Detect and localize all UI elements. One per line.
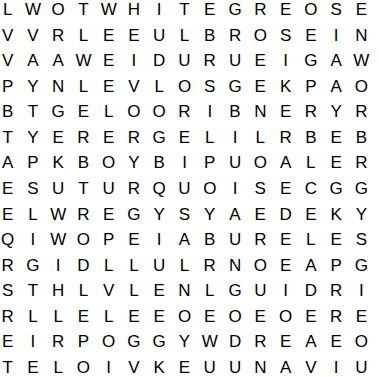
grid-cell-r14c13[interactable]: A bbox=[298, 329, 323, 355]
grid-cell-r8c15[interactable]: G bbox=[349, 176, 374, 202]
grid-cell-r4c15[interactable]: O bbox=[349, 74, 374, 100]
grid-cell-r4c10[interactable]: G bbox=[222, 74, 247, 100]
grid-cell-r2c1[interactable]: V bbox=[0, 23, 20, 49]
grid-cell-r10c14[interactable]: E bbox=[323, 227, 348, 253]
grid-cell-r14c11[interactable]: R bbox=[248, 329, 273, 355]
grid-cell-r4c11[interactable]: E bbox=[248, 74, 273, 100]
grid-cell-r2c5[interactable]: E bbox=[96, 23, 121, 49]
grid-cell-r3c13[interactable]: G bbox=[298, 48, 323, 74]
grid-cell-r3c9[interactable]: R bbox=[197, 48, 222, 74]
grid-cell-r9c12[interactable]: D bbox=[273, 201, 298, 227]
grid-cell-r12c9[interactable]: L bbox=[197, 278, 222, 304]
grid-cell-r3c3[interactable]: A bbox=[46, 48, 71, 74]
grid-cell-r1c11[interactable]: R bbox=[248, 0, 273, 23]
grid-cell-r1c2[interactable]: W bbox=[20, 0, 45, 23]
grid-cell-r10c5[interactable]: P bbox=[96, 227, 121, 253]
grid-cell-r11c2[interactable]: G bbox=[20, 252, 45, 278]
grid-cell-r2c9[interactable]: B bbox=[197, 23, 222, 49]
grid-cell-r5c11[interactable]: N bbox=[248, 99, 273, 125]
grid-cell-r15c2[interactable]: E bbox=[20, 354, 45, 377]
grid-cell-r15c13[interactable]: V bbox=[298, 354, 323, 377]
grid-cell-r15c12[interactable]: A bbox=[273, 354, 298, 377]
grid-cell-r14c3[interactable]: R bbox=[46, 329, 71, 355]
grid-cell-r4c1[interactable]: P bbox=[0, 74, 20, 100]
grid-cell-r5c14[interactable]: Y bbox=[323, 99, 348, 125]
grid-cell-r10c15[interactable]: S bbox=[349, 227, 374, 253]
grid-cell-r5c8[interactable]: R bbox=[172, 99, 197, 125]
grid-cell-r15c7[interactable]: K bbox=[147, 354, 172, 377]
grid-cell-r14c5[interactable]: O bbox=[96, 329, 121, 355]
grid-cell-r14c14[interactable]: E bbox=[323, 329, 348, 355]
grid-cell-r5c6[interactable]: O bbox=[121, 99, 146, 125]
grid-cell-r2c13[interactable]: E bbox=[298, 23, 323, 49]
grid-cell-r6c14[interactable]: E bbox=[323, 125, 348, 151]
grid-cell-r13c10[interactable]: O bbox=[222, 303, 247, 329]
grid-cell-r2c2[interactable]: V bbox=[20, 23, 45, 49]
grid-cell-r15c11[interactable]: N bbox=[248, 354, 273, 377]
grid-cell-r12c13[interactable]: D bbox=[298, 278, 323, 304]
grid-cell-r13c6[interactable]: E bbox=[121, 303, 146, 329]
grid-cell-r9c15[interactable]: Y bbox=[349, 201, 374, 227]
grid-cell-r12c1[interactable]: S bbox=[0, 278, 20, 304]
grid-cell-r6c7[interactable]: G bbox=[147, 125, 172, 151]
grid-cell-r3c14[interactable]: A bbox=[323, 48, 348, 74]
grid-cell-r6c3[interactable]: E bbox=[46, 125, 71, 151]
grid-cell-r8c2[interactable]: S bbox=[20, 176, 45, 202]
grid-cell-r14c1[interactable]: E bbox=[0, 329, 20, 355]
grid-cell-r7c5[interactable]: O bbox=[96, 150, 121, 176]
grid-cell-r6c12[interactable]: R bbox=[273, 125, 298, 151]
grid-cell-r10c3[interactable]: W bbox=[46, 227, 71, 253]
grid-cell-r7c3[interactable]: K bbox=[46, 150, 71, 176]
grid-cell-r10c1[interactable]: Q bbox=[0, 227, 20, 253]
grid-cell-r1c9[interactable]: E bbox=[197, 0, 222, 23]
grid-cell-r10c12[interactable]: E bbox=[273, 227, 298, 253]
grid-cell-r2c15[interactable]: N bbox=[349, 23, 374, 49]
grid-cell-r9c11[interactable]: E bbox=[248, 201, 273, 227]
grid-cell-r14c9[interactable]: W bbox=[197, 329, 222, 355]
grid-cell-r9c6[interactable]: G bbox=[121, 201, 146, 227]
grid-cell-r14c2[interactable]: I bbox=[20, 329, 45, 355]
grid-cell-r10c7[interactable]: I bbox=[147, 227, 172, 253]
grid-cell-r4c8[interactable]: O bbox=[172, 74, 197, 100]
grid-cell-r5c1[interactable]: B bbox=[0, 99, 20, 125]
grid-cell-r8c5[interactable]: U bbox=[96, 176, 121, 202]
grid-cell-r2c14[interactable]: I bbox=[323, 23, 348, 49]
grid-cell-r14c15[interactable]: O bbox=[349, 329, 374, 355]
grid-cell-r11c5[interactable]: L bbox=[96, 252, 121, 278]
grid-cell-r9c2[interactable]: L bbox=[20, 201, 45, 227]
grid-cell-r5c7[interactable]: O bbox=[147, 99, 172, 125]
grid-cell-r12c10[interactable]: G bbox=[222, 278, 247, 304]
grid-cell-r13c15[interactable]: E bbox=[349, 303, 374, 329]
grid-cell-r9c7[interactable]: Y bbox=[147, 201, 172, 227]
grid-cell-r9c10[interactable]: A bbox=[222, 201, 247, 227]
grid-cell-r9c1[interactable]: E bbox=[0, 201, 20, 227]
grid-cell-r1c1[interactable]: L bbox=[0, 0, 20, 23]
grid-cell-r1c4[interactable]: T bbox=[71, 0, 96, 23]
grid-cell-r9c13[interactable]: E bbox=[298, 201, 323, 227]
grid-cell-r7c8[interactable]: I bbox=[172, 150, 197, 176]
grid-cell-r15c4[interactable]: O bbox=[71, 354, 96, 377]
grid-cell-r5c2[interactable]: T bbox=[20, 99, 45, 125]
grid-cell-r3c6[interactable]: I bbox=[121, 48, 146, 74]
grid-cell-r13c13[interactable]: E bbox=[298, 303, 323, 329]
grid-cell-r11c4[interactable]: D bbox=[71, 252, 96, 278]
grid-cell-r4c7[interactable]: L bbox=[147, 74, 172, 100]
grid-cell-r4c6[interactable]: V bbox=[121, 74, 146, 100]
grid-cell-r11c8[interactable]: L bbox=[172, 252, 197, 278]
grid-cell-r8c14[interactable]: G bbox=[323, 176, 348, 202]
grid-cell-r13c11[interactable]: E bbox=[248, 303, 273, 329]
grid-cell-r8c13[interactable]: C bbox=[298, 176, 323, 202]
grid-cell-r8c3[interactable]: U bbox=[46, 176, 71, 202]
grid-cell-r12c8[interactable]: N bbox=[172, 278, 197, 304]
grid-cell-r8c11[interactable]: S bbox=[248, 176, 273, 202]
grid-cell-r12c4[interactable]: L bbox=[71, 278, 96, 304]
grid-cell-r13c3[interactable]: L bbox=[46, 303, 71, 329]
grid-cell-r10c11[interactable]: R bbox=[248, 227, 273, 253]
grid-cell-r7c12[interactable]: A bbox=[273, 150, 298, 176]
grid-cell-r10c10[interactable]: U bbox=[222, 227, 247, 253]
grid-cell-r6c10[interactable]: I bbox=[222, 125, 247, 151]
grid-cell-r15c15[interactable]: U bbox=[349, 354, 374, 377]
grid-cell-r5c15[interactable]: R bbox=[349, 99, 374, 125]
grid-cell-r8c8[interactable]: U bbox=[172, 176, 197, 202]
grid-cell-r4c12[interactable]: K bbox=[273, 74, 298, 100]
grid-cell-r12c6[interactable]: L bbox=[121, 278, 146, 304]
grid-cell-r2c3[interactable]: R bbox=[46, 23, 71, 49]
grid-cell-r3c15[interactable]: W bbox=[349, 48, 374, 74]
grid-cell-r4c9[interactable]: S bbox=[197, 74, 222, 100]
grid-cell-r5c9[interactable]: I bbox=[197, 99, 222, 125]
grid-cell-r3c8[interactable]: U bbox=[172, 48, 197, 74]
grid-cell-r12c5[interactable]: V bbox=[96, 278, 121, 304]
grid-cell-r6c13[interactable]: B bbox=[298, 125, 323, 151]
grid-cell-r10c13[interactable]: L bbox=[298, 227, 323, 253]
grid-cell-r11c9[interactable]: R bbox=[197, 252, 222, 278]
grid-cell-r2c6[interactable]: E bbox=[121, 23, 146, 49]
grid-cell-r4c2[interactable]: Y bbox=[20, 74, 45, 100]
grid-cell-r6c11[interactable]: L bbox=[248, 125, 273, 151]
grid-cell-r14c4[interactable]: P bbox=[71, 329, 96, 355]
grid-cell-r13c12[interactable]: O bbox=[273, 303, 298, 329]
grid-cell-r15c1[interactable]: T bbox=[0, 354, 20, 377]
grid-cell-r7c14[interactable]: E bbox=[323, 150, 348, 176]
grid-cell-r1c15[interactable]: E bbox=[349, 0, 374, 23]
grid-cell-r2c7[interactable]: U bbox=[147, 23, 172, 49]
grid-cell-r8c10[interactable]: I bbox=[222, 176, 247, 202]
grid-cell-r7c10[interactable]: U bbox=[222, 150, 247, 176]
grid-cell-r3c11[interactable]: E bbox=[248, 48, 273, 74]
grid-cell-r1c10[interactable]: G bbox=[222, 0, 247, 23]
grid-cell-r4c5[interactable]: E bbox=[96, 74, 121, 100]
grid-cell-r11c10[interactable]: N bbox=[222, 252, 247, 278]
grid-cell-r2c4[interactable]: L bbox=[71, 23, 96, 49]
grid-cell-r5c13[interactable]: R bbox=[298, 99, 323, 125]
grid-cell-r12c3[interactable]: H bbox=[46, 278, 71, 304]
grid-cell-r7c9[interactable]: P bbox=[197, 150, 222, 176]
grid-cell-r3c4[interactable]: W bbox=[71, 48, 96, 74]
grid-cell-r8c7[interactable]: Q bbox=[147, 176, 172, 202]
grid-cell-r9c3[interactable]: W bbox=[46, 201, 71, 227]
grid-cell-r9c8[interactable]: S bbox=[172, 201, 197, 227]
grid-cell-r13c14[interactable]: R bbox=[323, 303, 348, 329]
grid-cell-r1c5[interactable]: W bbox=[96, 0, 121, 23]
grid-cell-r15c3[interactable]: L bbox=[46, 354, 71, 377]
grid-cell-r1c12[interactable]: E bbox=[273, 0, 298, 23]
grid-cell-r15c9[interactable]: U bbox=[197, 354, 222, 377]
grid-cell-r14c10[interactable]: D bbox=[222, 329, 247, 355]
grid-cell-r15c5[interactable]: I bbox=[96, 354, 121, 377]
grid-cell-r5c3[interactable]: G bbox=[46, 99, 71, 125]
grid-cell-r6c8[interactable]: E bbox=[172, 125, 197, 151]
grid-cell-r7c2[interactable]: P bbox=[20, 150, 45, 176]
grid-cell-r3c5[interactable]: E bbox=[96, 48, 121, 74]
grid-cell-r6c1[interactable]: T bbox=[0, 125, 20, 151]
grid-cell-r12c12[interactable]: I bbox=[273, 278, 298, 304]
grid-cell-r11c12[interactable]: E bbox=[273, 252, 298, 278]
grid-cell-r15c6[interactable]: V bbox=[121, 354, 146, 377]
grid-cell-r12c14[interactable]: R bbox=[323, 278, 348, 304]
grid-cell-r4c13[interactable]: P bbox=[298, 74, 323, 100]
grid-cell-r7c7[interactable]: B bbox=[147, 150, 172, 176]
grid-cell-r7c13[interactable]: L bbox=[298, 150, 323, 176]
grid-cell-r8c4[interactable]: T bbox=[71, 176, 96, 202]
grid-cell-r13c2[interactable]: L bbox=[20, 303, 45, 329]
grid-cell-r10c8[interactable]: A bbox=[172, 227, 197, 253]
grid-cell-r5c4[interactable]: E bbox=[71, 99, 96, 125]
grid-cell-r2c11[interactable]: O bbox=[248, 23, 273, 49]
grid-cell-r6c9[interactable]: L bbox=[197, 125, 222, 151]
grid-cell-r6c5[interactable]: E bbox=[96, 125, 121, 151]
grid-cell-r11c1[interactable]: R bbox=[0, 252, 20, 278]
grid-cell-r13c9[interactable]: E bbox=[197, 303, 222, 329]
grid-cell-r1c3[interactable]: O bbox=[46, 0, 71, 23]
grid-cell-r12c7[interactable]: E bbox=[147, 278, 172, 304]
grid-cell-r11c11[interactable]: O bbox=[248, 252, 273, 278]
grid-cell-r11c14[interactable]: P bbox=[323, 252, 348, 278]
grid-cell-r13c7[interactable]: E bbox=[147, 303, 172, 329]
grid-cell-r9c9[interactable]: Y bbox=[197, 201, 222, 227]
grid-cell-r14c7[interactable]: G bbox=[147, 329, 172, 355]
grid-cell-r15c14[interactable]: I bbox=[323, 354, 348, 377]
grid-cell-r10c6[interactable]: E bbox=[121, 227, 146, 253]
grid-cell-r8c9[interactable]: O bbox=[197, 176, 222, 202]
grid-cell-r6c2[interactable]: Y bbox=[20, 125, 45, 151]
grid-cell-r12c2[interactable]: T bbox=[20, 278, 45, 304]
grid-cell-r7c6[interactable]: Y bbox=[121, 150, 146, 176]
grid-cell-r3c10[interactable]: U bbox=[222, 48, 247, 74]
grid-cell-r14c8[interactable]: Y bbox=[172, 329, 197, 355]
grid-cell-r10c4[interactable]: O bbox=[71, 227, 96, 253]
grid-cell-r13c8[interactable]: O bbox=[172, 303, 197, 329]
grid-cell-r13c1[interactable]: R bbox=[0, 303, 20, 329]
grid-cell-r8c1[interactable]: E bbox=[0, 176, 20, 202]
grid-cell-r8c6[interactable]: R bbox=[121, 176, 146, 202]
grid-cell-r12c15[interactable]: I bbox=[349, 278, 374, 304]
grid-cell-r5c5[interactable]: L bbox=[96, 99, 121, 125]
grid-cell-r1c14[interactable]: S bbox=[323, 0, 348, 23]
grid-cell-r9c5[interactable]: E bbox=[96, 201, 121, 227]
grid-cell-r6c4[interactable]: R bbox=[71, 125, 96, 151]
grid-cell-r7c1[interactable]: A bbox=[0, 150, 20, 176]
grid-cell-r11c13[interactable]: A bbox=[298, 252, 323, 278]
grid-cell-r2c12[interactable]: S bbox=[273, 23, 298, 49]
grid-cell-r10c9[interactable]: B bbox=[197, 227, 222, 253]
grid-cell-r1c7[interactable]: I bbox=[147, 0, 172, 23]
grid-cell-r3c1[interactable]: V bbox=[0, 48, 20, 74]
grid-cell-r15c10[interactable]: U bbox=[222, 354, 247, 377]
grid-cell-r6c15[interactable]: B bbox=[349, 125, 374, 151]
grid-cell-r4c3[interactable]: N bbox=[46, 74, 71, 100]
grid-cell-r11c15[interactable]: G bbox=[349, 252, 374, 278]
grid-cell-r7c15[interactable]: R bbox=[349, 150, 374, 176]
grid-cell-r1c6[interactable]: H bbox=[121, 0, 146, 23]
grid-cell-r3c2[interactable]: A bbox=[20, 48, 45, 74]
grid-cell-r14c6[interactable]: G bbox=[121, 329, 146, 355]
grid-cell-r10c2[interactable]: I bbox=[20, 227, 45, 253]
grid-cell-r12c11[interactable]: U bbox=[248, 278, 273, 304]
grid-cell-r13c5[interactable]: L bbox=[96, 303, 121, 329]
grid-cell-r6c6[interactable]: R bbox=[121, 125, 146, 151]
grid-cell-r3c7[interactable]: D bbox=[147, 48, 172, 74]
grid-cell-r11c3[interactable]: I bbox=[46, 252, 71, 278]
grid-cell-r7c4[interactable]: B bbox=[71, 150, 96, 176]
grid-cell-r9c14[interactable]: K bbox=[323, 201, 348, 227]
grid-cell-r2c8[interactable]: L bbox=[172, 23, 197, 49]
grid-cell-r1c8[interactable]: T bbox=[172, 0, 197, 23]
grid-cell-r8c12[interactable]: E bbox=[273, 176, 298, 202]
grid-cell-r14c12[interactable]: E bbox=[273, 329, 298, 355]
grid-cell-r11c6[interactable]: L bbox=[121, 252, 146, 278]
grid-cell-r1c13[interactable]: O bbox=[298, 0, 323, 23]
grid-cell-r5c12[interactable]: E bbox=[273, 99, 298, 125]
grid-cell-r5c10[interactable]: B bbox=[222, 99, 247, 125]
grid-cell-r4c4[interactable]: L bbox=[71, 74, 96, 100]
grid-cell-r7c11[interactable]: O bbox=[248, 150, 273, 176]
grid-cell-r15c8[interactable]: E bbox=[172, 354, 197, 377]
grid-cell-r11c7[interactable]: U bbox=[147, 252, 172, 278]
grid-cell-r3c12[interactable]: I bbox=[273, 48, 298, 74]
grid-cell-r9c4[interactable]: R bbox=[71, 201, 96, 227]
word-search-grid: LWOTWHITEGREOSEVVRLEEULBROSEINVAAWEIDURU… bbox=[0, 0, 374, 377]
grid-cell-r2c10[interactable]: R bbox=[222, 23, 247, 49]
grid-cell-r13c4[interactable]: E bbox=[71, 303, 96, 329]
grid-cell-r4c14[interactable]: A bbox=[323, 74, 348, 100]
